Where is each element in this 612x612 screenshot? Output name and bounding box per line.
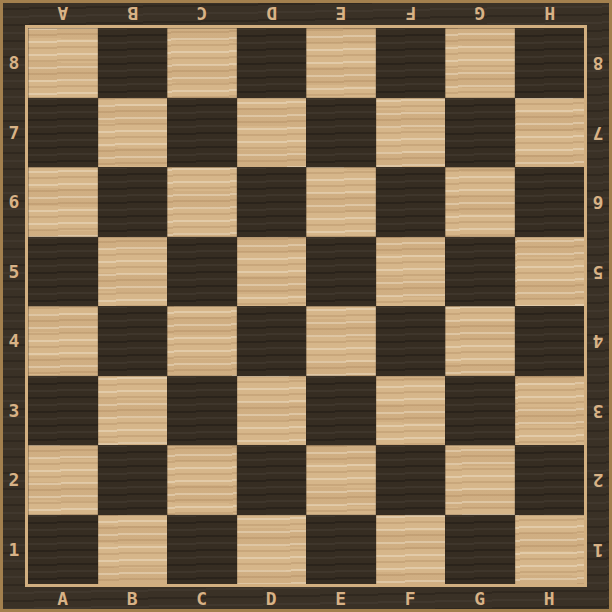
square-c7[interactable] xyxy=(167,98,237,168)
square-b4[interactable] xyxy=(98,306,168,376)
square-f4[interactable] xyxy=(376,306,446,376)
file-label-bottom-c: C xyxy=(167,584,237,612)
square-b8[interactable] xyxy=(98,28,168,98)
square-b5[interactable] xyxy=(98,237,168,307)
file-label-bottom-e: E xyxy=(306,584,376,612)
square-a6[interactable] xyxy=(28,167,98,237)
rank-label-left-1: 1 xyxy=(0,515,28,585)
square-a3[interactable] xyxy=(28,376,98,446)
file-label-bottom-a: A xyxy=(28,584,98,612)
square-b2[interactable] xyxy=(98,445,168,515)
rank-label-right-4: 4 xyxy=(584,306,612,376)
rank-label-right-6: 6 xyxy=(584,167,612,237)
square-a8[interactable] xyxy=(28,28,98,98)
square-e8[interactable] xyxy=(306,28,376,98)
square-c1[interactable] xyxy=(167,515,237,585)
rank-label-left-5: 5 xyxy=(0,237,28,307)
square-c6[interactable] xyxy=(167,167,237,237)
square-f7[interactable] xyxy=(376,98,446,168)
file-label-top-c: C xyxy=(167,0,237,28)
square-g4[interactable] xyxy=(445,306,515,376)
file-label-top-b: B xyxy=(98,0,168,28)
rank-label-left-3: 3 xyxy=(0,376,28,446)
rank-label-right-5: 5 xyxy=(584,237,612,307)
file-label-top-d: D xyxy=(237,0,307,28)
rank-label-left-8: 8 xyxy=(0,28,28,98)
file-label-top-h: H xyxy=(515,0,585,28)
square-h6[interactable] xyxy=(515,167,585,237)
rank-label-right-8: 8 xyxy=(584,28,612,98)
square-e4[interactable] xyxy=(306,306,376,376)
square-g3[interactable] xyxy=(445,376,515,446)
square-d8[interactable] xyxy=(237,28,307,98)
file-labels-bottom: ABCDEFGH xyxy=(28,584,584,612)
file-label-top-e: E xyxy=(306,0,376,28)
file-label-bottom-g: G xyxy=(445,584,515,612)
rank-label-left-6: 6 xyxy=(0,167,28,237)
square-d2[interactable] xyxy=(237,445,307,515)
square-h4[interactable] xyxy=(515,306,585,376)
square-c5[interactable] xyxy=(167,237,237,307)
rank-label-right-7: 7 xyxy=(584,98,612,168)
square-h8[interactable] xyxy=(515,28,585,98)
square-d6[interactable] xyxy=(237,167,307,237)
rank-labels-right: 87654321 xyxy=(584,28,612,584)
square-d4[interactable] xyxy=(237,306,307,376)
chess-board: ABCDEFGH 87654321 87654321 ABCDEFGH xyxy=(0,0,612,612)
square-e2[interactable] xyxy=(306,445,376,515)
square-b7[interactable] xyxy=(98,98,168,168)
rank-label-right-1: 1 xyxy=(584,515,612,585)
rank-label-left-2: 2 xyxy=(0,445,28,515)
square-f5[interactable] xyxy=(376,237,446,307)
square-e5[interactable] xyxy=(306,237,376,307)
square-a4[interactable] xyxy=(28,306,98,376)
square-a2[interactable] xyxy=(28,445,98,515)
file-label-bottom-d: D xyxy=(237,584,307,612)
file-label-top-a: A xyxy=(28,0,98,28)
square-d5[interactable] xyxy=(237,237,307,307)
square-b1[interactable] xyxy=(98,515,168,585)
square-h7[interactable] xyxy=(515,98,585,168)
file-label-bottom-b: B xyxy=(98,584,168,612)
square-e6[interactable] xyxy=(306,167,376,237)
square-e1[interactable] xyxy=(306,515,376,585)
square-f2[interactable] xyxy=(376,445,446,515)
square-c2[interactable] xyxy=(167,445,237,515)
square-h1[interactable] xyxy=(515,515,585,585)
square-h5[interactable] xyxy=(515,237,585,307)
square-g1[interactable] xyxy=(445,515,515,585)
square-g8[interactable] xyxy=(445,28,515,98)
square-a5[interactable] xyxy=(28,237,98,307)
square-f3[interactable] xyxy=(376,376,446,446)
rank-label-right-3: 3 xyxy=(584,376,612,446)
square-f6[interactable] xyxy=(376,167,446,237)
square-d1[interactable] xyxy=(237,515,307,585)
square-a7[interactable] xyxy=(28,98,98,168)
square-d3[interactable] xyxy=(237,376,307,446)
square-b3[interactable] xyxy=(98,376,168,446)
file-label-top-g: G xyxy=(445,0,515,28)
square-g2[interactable] xyxy=(445,445,515,515)
square-f8[interactable] xyxy=(376,28,446,98)
square-g6[interactable] xyxy=(445,167,515,237)
square-d7[interactable] xyxy=(237,98,307,168)
square-e3[interactable] xyxy=(306,376,376,446)
rank-label-right-2: 2 xyxy=(584,445,612,515)
square-h3[interactable] xyxy=(515,376,585,446)
file-label-top-f: F xyxy=(376,0,446,28)
square-b6[interactable] xyxy=(98,167,168,237)
rank-labels-left: 87654321 xyxy=(0,28,28,584)
file-label-bottom-h: H xyxy=(515,584,585,612)
square-g5[interactable] xyxy=(445,237,515,307)
file-label-bottom-f: F xyxy=(376,584,446,612)
square-a1[interactable] xyxy=(28,515,98,585)
square-g7[interactable] xyxy=(445,98,515,168)
square-c3[interactable] xyxy=(167,376,237,446)
file-labels-top: ABCDEFGH xyxy=(28,0,584,28)
square-h2[interactable] xyxy=(515,445,585,515)
board-grid xyxy=(28,28,584,584)
square-c4[interactable] xyxy=(167,306,237,376)
square-e7[interactable] xyxy=(306,98,376,168)
rank-label-left-4: 4 xyxy=(0,306,28,376)
square-c8[interactable] xyxy=(167,28,237,98)
square-f1[interactable] xyxy=(376,515,446,585)
rank-label-left-7: 7 xyxy=(0,98,28,168)
